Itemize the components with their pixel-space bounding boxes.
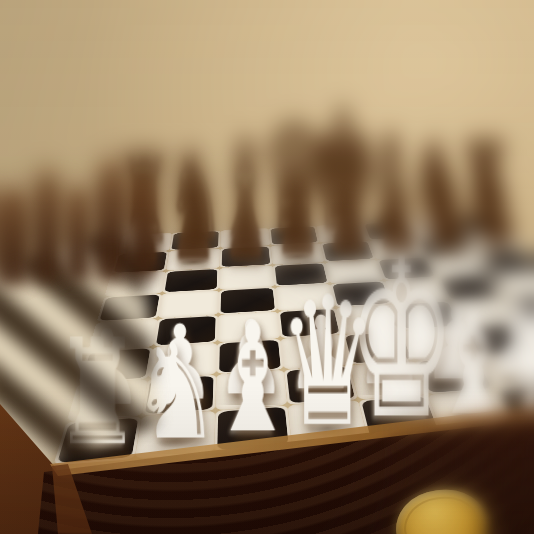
white-knight-b1: ♞ xyxy=(131,326,221,459)
square-a6 xyxy=(104,271,165,297)
black-pawn-d7: ♟ xyxy=(275,176,321,268)
white-bishop-c1: ♝ xyxy=(210,303,295,454)
black-pawn-b7: ♟ xyxy=(170,180,217,274)
black-pawn-c7: ♟ xyxy=(223,178,269,271)
white-rook-a1: ♜ xyxy=(54,320,141,466)
black-pawn-h7: ♟ xyxy=(475,167,520,257)
photo-stage: ♜♞♝♛♚♝♞♜♟♟♟♟♟♟♟♟♟♟♟♟♟♟♟♟♜♞♝♛♚♝♞♜ xyxy=(0,0,534,534)
black-pawn-a7: ♟ xyxy=(117,182,164,277)
